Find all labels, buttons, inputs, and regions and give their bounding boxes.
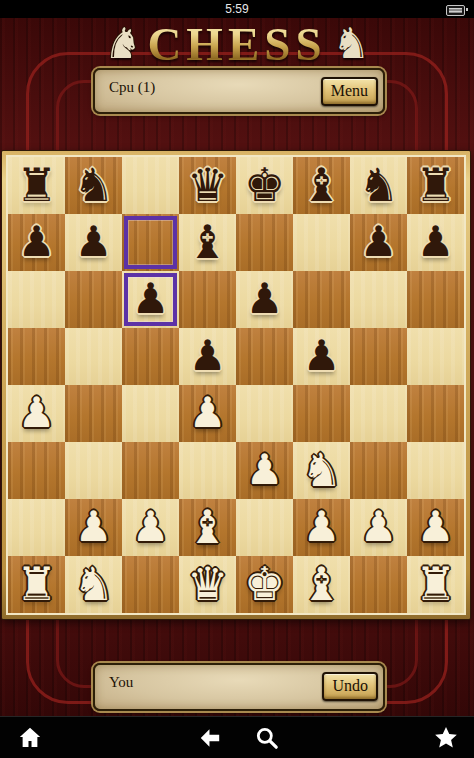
black-pawn: ♟: [65, 214, 122, 271]
square-f5[interactable]: ♟: [293, 328, 350, 385]
square-d1[interactable]: ♛: [179, 556, 236, 613]
white-bishop: ♝: [293, 556, 350, 613]
square-e1[interactable]: ♚: [236, 556, 293, 613]
square-a2[interactable]: [8, 499, 65, 556]
black-pawn: ♟: [236, 271, 293, 328]
square-f4[interactable]: [293, 385, 350, 442]
square-a7[interactable]: ♟: [8, 214, 65, 271]
white-pawn: ♟: [179, 385, 236, 442]
black-king: ♚: [236, 157, 293, 214]
square-f6[interactable]: [293, 271, 350, 328]
last-move-highlight: [124, 216, 177, 269]
square-a1[interactable]: ♜: [8, 556, 65, 613]
square-f8[interactable]: ♝: [293, 157, 350, 214]
square-h3[interactable]: [407, 442, 464, 499]
square-g8[interactable]: ♞: [350, 157, 407, 214]
square-g5[interactable]: [350, 328, 407, 385]
square-f7[interactable]: [293, 214, 350, 271]
back-button[interactable]: [196, 724, 224, 752]
square-e2[interactable]: [236, 499, 293, 556]
knight-figurine-icon: ♞: [333, 21, 371, 67]
clock-time: 5:59: [0, 2, 474, 16]
black-pawn: ♟: [122, 271, 179, 328]
square-h1[interactable]: ♜: [407, 556, 464, 613]
menu-button[interactable]: Menu: [321, 77, 378, 106]
white-knight: ♞: [65, 556, 122, 613]
square-h6[interactable]: [407, 271, 464, 328]
square-e4[interactable]: [236, 385, 293, 442]
back-icon: [197, 725, 223, 751]
square-b6[interactable]: [65, 271, 122, 328]
square-d7[interactable]: ♝: [179, 214, 236, 271]
square-g6[interactable]: [350, 271, 407, 328]
square-g2[interactable]: ♟: [350, 499, 407, 556]
star-icon: [433, 725, 459, 751]
square-d2[interactable]: ♝: [179, 499, 236, 556]
square-g1[interactable]: [350, 556, 407, 613]
black-rook: ♜: [8, 157, 65, 214]
nav-bar: [0, 716, 474, 758]
square-d5[interactable]: ♟: [179, 328, 236, 385]
white-rook: ♜: [407, 556, 464, 613]
square-a5[interactable]: [8, 328, 65, 385]
square-h8[interactable]: ♜: [407, 157, 464, 214]
title-banner: ♞ CHESS ♞: [0, 18, 474, 70]
square-c6[interactable]: ♟: [122, 271, 179, 328]
square-h7[interactable]: ♟: [407, 214, 464, 271]
home-button[interactable]: [16, 724, 44, 752]
knight-figurine-icon: ♞: [104, 21, 142, 67]
square-b4[interactable]: [65, 385, 122, 442]
square-f1[interactable]: ♝: [293, 556, 350, 613]
board-frame: ♜♞♛♚♝♞♜♟♟♝♟♟♟♟♟♟♟♟♟♞♟♟♝♟♟♟♜♞♛♚♝♜: [1, 150, 471, 620]
square-c1[interactable]: [122, 556, 179, 613]
square-c7[interactable]: [122, 214, 179, 271]
square-c8[interactable]: [122, 157, 179, 214]
black-bishop: ♝: [179, 214, 236, 271]
square-a3[interactable]: [8, 442, 65, 499]
square-b5[interactable]: [65, 328, 122, 385]
square-g7[interactable]: ♟: [350, 214, 407, 271]
black-queen: ♛: [179, 157, 236, 214]
square-c2[interactable]: ♟: [122, 499, 179, 556]
square-b8[interactable]: ♞: [65, 157, 122, 214]
undo-button[interactable]: Undo: [322, 672, 378, 701]
square-a6[interactable]: [8, 271, 65, 328]
white-knight: ♞: [293, 442, 350, 499]
square-d4[interactable]: ♟: [179, 385, 236, 442]
square-c4[interactable]: [122, 385, 179, 442]
black-pawn: ♟: [293, 328, 350, 385]
square-b7[interactable]: ♟: [65, 214, 122, 271]
square-b2[interactable]: ♟: [65, 499, 122, 556]
star-button[interactable]: [432, 724, 460, 752]
black-pawn: ♟: [8, 214, 65, 271]
black-knight: ♞: [65, 157, 122, 214]
square-a8[interactable]: ♜: [8, 157, 65, 214]
white-pawn: ♟: [293, 499, 350, 556]
black-knight: ♞: [350, 157, 407, 214]
chess-app-screen: 5:59 ♞ CHESS ♞ Cpu (1) Menu ♜♞♛♚♝♞♜♟♟♝♟♟…: [0, 0, 474, 758]
white-pawn: ♟: [236, 442, 293, 499]
black-bishop: ♝: [293, 157, 350, 214]
square-e8[interactable]: ♚: [236, 157, 293, 214]
square-g4[interactable]: [350, 385, 407, 442]
search-icon: [254, 725, 280, 751]
white-queen: ♛: [179, 556, 236, 613]
square-d6[interactable]: [179, 271, 236, 328]
white-pawn: ♟: [122, 499, 179, 556]
white-pawn: ♟: [65, 499, 122, 556]
square-f3[interactable]: ♞: [293, 442, 350, 499]
square-e7[interactable]: [236, 214, 293, 271]
square-e3[interactable]: ♟: [236, 442, 293, 499]
black-rook: ♜: [407, 157, 464, 214]
square-e6[interactable]: ♟: [236, 271, 293, 328]
battery-icon: [446, 5, 465, 16]
player-name: You: [109, 674, 133, 691]
white-pawn: ♟: [8, 385, 65, 442]
square-d8[interactable]: ♛: [179, 157, 236, 214]
square-a4[interactable]: ♟: [8, 385, 65, 442]
white-rook: ♜: [8, 556, 65, 613]
square-h4[interactable]: [407, 385, 464, 442]
board: ♜♞♛♚♝♞♜♟♟♝♟♟♟♟♟♟♟♟♟♞♟♟♝♟♟♟♜♞♛♚♝♜: [6, 155, 466, 615]
app-title: CHESS: [147, 20, 326, 68]
status-bar: 5:59: [0, 0, 474, 18]
home-icon: [17, 725, 43, 751]
square-c5[interactable]: [122, 328, 179, 385]
square-d3[interactable]: [179, 442, 236, 499]
black-pawn: ♟: [179, 328, 236, 385]
black-pawn: ♟: [350, 214, 407, 271]
square-b3[interactable]: [65, 442, 122, 499]
square-h2[interactable]: ♟: [407, 499, 464, 556]
white-bishop: ♝: [179, 499, 236, 556]
square-c3[interactable]: [122, 442, 179, 499]
square-b1[interactable]: ♞: [65, 556, 122, 613]
square-e5[interactable]: [236, 328, 293, 385]
square-f2[interactable]: ♟: [293, 499, 350, 556]
white-pawn: ♟: [350, 499, 407, 556]
square-g3[interactable]: [350, 442, 407, 499]
main-area: ♞ CHESS ♞ Cpu (1) Menu ♜♞♛♚♝♞♜♟♟♝♟♟♟♟♟♟♟…: [0, 18, 474, 716]
opponent-bar: Cpu (1) Menu: [93, 68, 385, 114]
black-pawn: ♟: [407, 214, 464, 271]
white-king: ♚: [236, 556, 293, 613]
player-bar: You Undo: [93, 663, 385, 711]
white-pawn: ♟: [407, 499, 464, 556]
square-h5[interactable]: [407, 328, 464, 385]
opponent-name: Cpu (1): [109, 79, 155, 96]
search-button[interactable]: [253, 724, 281, 752]
